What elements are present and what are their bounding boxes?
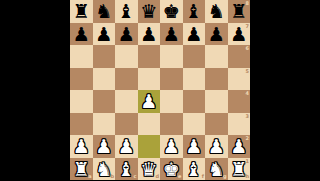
rank-label-7: 7 <box>246 24 249 29</box>
square-h1[interactable]: ♜1h <box>228 158 251 181</box>
square-e4[interactable] <box>160 90 183 113</box>
square-a7[interactable]: ♟ <box>70 23 93 46</box>
square-f3[interactable] <box>183 113 206 136</box>
square-c4[interactable] <box>115 90 138 113</box>
square-f2[interactable]: ♟ <box>183 135 206 158</box>
square-e3[interactable] <box>160 113 183 136</box>
square-a8[interactable]: ♜ <box>70 0 93 23</box>
file-label-h: h <box>245 174 249 179</box>
piece-white-pawn[interactable]: ♟ <box>95 135 112 158</box>
square-d2[interactable] <box>138 135 161 158</box>
piece-white-bishop[interactable]: ♝ <box>118 157 135 180</box>
square-a4[interactable] <box>70 90 93 113</box>
square-e1[interactable]: ♚e <box>160 158 183 181</box>
file-label-c: c <box>134 174 137 179</box>
square-h3[interactable]: 3 <box>228 113 251 136</box>
square-d1[interactable]: ♛d <box>138 158 161 181</box>
square-g7[interactable]: ♟ <box>205 23 228 46</box>
square-f8[interactable]: ♝ <box>183 0 206 23</box>
piece-black-bishop[interactable]: ♝ <box>185 0 202 22</box>
video-background: ♜♞♝♛♚♝♞♜8♟♟♟♟♟♟♟♟765♟43♟♟♟♟♟♟♟2♜a♞b♝c♛d♚… <box>0 0 320 180</box>
piece-black-pawn[interactable]: ♟ <box>208 22 225 45</box>
piece-black-pawn[interactable]: ♟ <box>73 22 90 45</box>
rank-label-1: 1 <box>246 159 249 164</box>
file-label-g: g <box>223 174 227 179</box>
square-d3[interactable] <box>138 113 161 136</box>
square-b4[interactable] <box>93 90 116 113</box>
square-c3[interactable] <box>115 113 138 136</box>
piece-black-knight[interactable]: ♞ <box>95 0 112 22</box>
square-b1[interactable]: ♞b <box>93 158 116 181</box>
square-c5[interactable] <box>115 68 138 91</box>
rank-label-8: 8 <box>246 1 249 6</box>
piece-white-pawn[interactable]: ♟ <box>118 135 135 158</box>
piece-white-bishop[interactable]: ♝ <box>185 157 202 180</box>
square-e2[interactable]: ♟ <box>160 135 183 158</box>
square-f1[interactable]: ♝f <box>183 158 206 181</box>
square-a5[interactable] <box>70 68 93 91</box>
square-b8[interactable]: ♞ <box>93 0 116 23</box>
square-h4[interactable]: 4 <box>228 90 251 113</box>
square-f6[interactable] <box>183 45 206 68</box>
square-b3[interactable] <box>93 113 116 136</box>
square-c6[interactable] <box>115 45 138 68</box>
square-c7[interactable]: ♟ <box>115 23 138 46</box>
square-a6[interactable] <box>70 45 93 68</box>
square-h2[interactable]: ♟2 <box>228 135 251 158</box>
square-b2[interactable]: ♟ <box>93 135 116 158</box>
piece-black-king[interactable]: ♚ <box>163 0 180 22</box>
square-g2[interactable]: ♟ <box>205 135 228 158</box>
square-f7[interactable]: ♟ <box>183 23 206 46</box>
rank-label-3: 3 <box>246 114 249 119</box>
piece-black-pawn[interactable]: ♟ <box>163 22 180 45</box>
piece-white-pawn[interactable]: ♟ <box>163 135 180 158</box>
square-a2[interactable]: ♟ <box>70 135 93 158</box>
square-a1[interactable]: ♜a <box>70 158 93 181</box>
file-label-a: a <box>88 174 91 179</box>
rank-label-6: 6 <box>246 46 249 51</box>
square-b7[interactable]: ♟ <box>93 23 116 46</box>
piece-black-bishop[interactable]: ♝ <box>118 0 135 22</box>
rank-label-4: 4 <box>246 91 249 96</box>
piece-white-pawn[interactable]: ♟ <box>208 135 225 158</box>
square-h7[interactable]: ♟7 <box>228 23 251 46</box>
square-h6[interactable]: 6 <box>228 45 251 68</box>
square-e7[interactable]: ♟ <box>160 23 183 46</box>
piece-white-pawn[interactable]: ♟ <box>73 135 90 158</box>
chess-board: ♜♞♝♛♚♝♞♜8♟♟♟♟♟♟♟♟765♟43♟♟♟♟♟♟♟2♜a♞b♝c♛d♚… <box>70 0 250 180</box>
piece-black-rook[interactable]: ♜ <box>73 0 90 22</box>
square-g8[interactable]: ♞ <box>205 0 228 23</box>
square-g4[interactable] <box>205 90 228 113</box>
square-g3[interactable] <box>205 113 228 136</box>
square-d4[interactable]: ♟ <box>138 90 161 113</box>
square-e8[interactable]: ♚ <box>160 0 183 23</box>
square-c1[interactable]: ♝c <box>115 158 138 181</box>
square-d7[interactable]: ♟ <box>138 23 161 46</box>
square-g1[interactable]: ♞g <box>205 158 228 181</box>
square-f5[interactable] <box>183 68 206 91</box>
square-d6[interactable] <box>138 45 161 68</box>
square-c2[interactable]: ♟ <box>115 135 138 158</box>
file-label-d: d <box>155 174 159 179</box>
piece-black-pawn[interactable]: ♟ <box>118 22 135 45</box>
piece-black-pawn[interactable]: ♟ <box>140 22 157 45</box>
square-g5[interactable] <box>205 68 228 91</box>
piece-black-pawn[interactable]: ♟ <box>95 22 112 45</box>
piece-white-pawn[interactable]: ♟ <box>185 135 202 158</box>
piece-black-queen[interactable]: ♛ <box>140 0 157 22</box>
piece-white-pawn[interactable]: ♟ <box>140 90 157 113</box>
file-label-b: b <box>110 174 114 179</box>
file-label-e: e <box>178 174 181 179</box>
rank-label-5: 5 <box>246 69 249 74</box>
piece-black-pawn[interactable]: ♟ <box>185 22 202 45</box>
square-e6[interactable] <box>160 45 183 68</box>
square-b5[interactable] <box>93 68 116 91</box>
square-h5[interactable]: 5 <box>228 68 251 91</box>
square-c8[interactable]: ♝ <box>115 0 138 23</box>
square-d8[interactable]: ♛ <box>138 0 161 23</box>
piece-black-knight[interactable]: ♞ <box>208 0 225 22</box>
rank-label-2: 2 <box>246 136 249 141</box>
square-g6[interactable] <box>205 45 228 68</box>
square-f4[interactable] <box>183 90 206 113</box>
square-d5[interactable] <box>138 68 161 91</box>
square-b6[interactable] <box>93 45 116 68</box>
square-h8[interactable]: ♜8 <box>228 0 251 23</box>
square-e5[interactable] <box>160 68 183 91</box>
file-label-f: f <box>202 174 204 179</box>
square-a3[interactable] <box>70 113 93 136</box>
